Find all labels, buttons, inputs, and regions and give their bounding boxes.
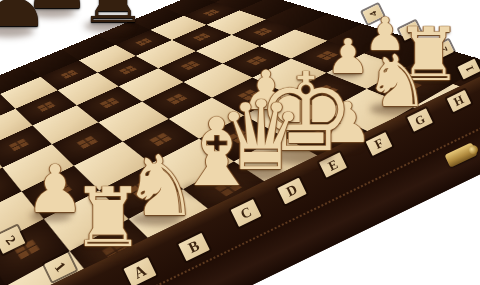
carved-ornament: ❖ [113, 64, 142, 78]
carved-ornament: ❖ [176, 59, 205, 73]
white-rook-a1[interactable]: ♜ [71, 177, 145, 259]
white-knight-g1[interactable]: ♞ [365, 45, 430, 117]
carved-ornament: ❖ [93, 96, 125, 112]
file-label-f-text: F [372, 135, 386, 153]
carved-ornament: ❖ [29, 99, 62, 115]
carved-ornament: ❖ [188, 31, 214, 44]
carved-ornament: ❖ [68, 134, 104, 153]
rank-label-left-2-text: 2 [2, 232, 19, 248]
rank-label-left-1-text: 1 [51, 259, 69, 276]
carved-ornament: ❖ [199, 8, 223, 19]
rank-label-right-1-text: 1 [462, 64, 475, 74]
file-label-a-text: A [131, 261, 149, 282]
black-rook-d8[interactable]: ♜ [78, 0, 148, 34]
file-label-b-text: B [186, 237, 202, 257]
black-pawn-b8[interactable]: ♟ [0, 0, 50, 39]
chess-set-photo: ❖❖❖❖❖❖❖❖❖❖❖❖❖❖❖❖❖❖❖❖❖❖❖❖❖❖❖❖❖❖❖❖ ABCDEFG… [0, 0, 480, 285]
carved-ornament: ❖ [250, 26, 276, 39]
